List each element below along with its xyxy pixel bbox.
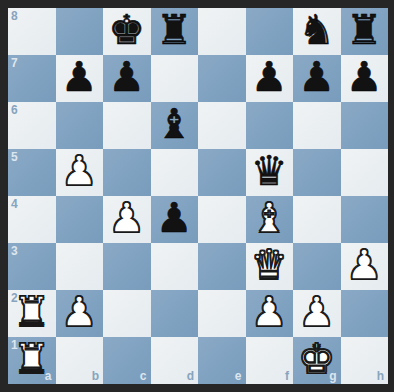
square-g1[interactable]: g♚︎ — [293, 337, 341, 384]
square-h5[interactable] — [341, 149, 389, 196]
file-label-c: c — [140, 370, 147, 382]
square-c6[interactable] — [103, 102, 151, 149]
square-e2[interactable] — [198, 290, 246, 337]
white-pawn[interactable]: ♟︎ — [298, 292, 335, 333]
chess-board: 8♚︎♜︎♞︎♜︎7♟︎♟︎♟︎♟︎♟︎6♝︎5♟︎♛︎4♟︎♟︎♝︎3♛︎♟︎… — [8, 8, 388, 384]
white-rook[interactable]: ♜︎ — [13, 292, 50, 333]
black-king[interactable]: ♚︎ — [108, 10, 145, 51]
square-e8[interactable] — [198, 8, 246, 55]
square-d4[interactable]: ♟︎ — [151, 196, 199, 243]
square-f4[interactable]: ♝︎ — [246, 196, 294, 243]
square-c8[interactable]: ♚︎ — [103, 8, 151, 55]
square-e4[interactable] — [198, 196, 246, 243]
square-h3[interactable]: ♟︎ — [341, 243, 389, 290]
white-king[interactable]: ♚︎ — [298, 339, 335, 380]
white-pawn[interactable]: ♟︎ — [346, 245, 383, 286]
square-a2[interactable]: 2♜︎ — [8, 290, 56, 337]
black-rook[interactable]: ♜︎ — [346, 10, 383, 51]
square-c5[interactable] — [103, 149, 151, 196]
white-pawn[interactable]: ♟︎ — [61, 151, 98, 192]
square-h1[interactable]: h — [341, 337, 389, 384]
black-pawn[interactable]: ♟︎ — [298, 57, 335, 98]
square-e5[interactable] — [198, 149, 246, 196]
square-c4[interactable]: ♟︎ — [103, 196, 151, 243]
square-b1[interactable]: b — [56, 337, 104, 384]
rank-label-4: 4 — [11, 198, 18, 210]
square-b3[interactable] — [56, 243, 104, 290]
square-a1[interactable]: 1a♜︎ — [8, 337, 56, 384]
square-h4[interactable] — [341, 196, 389, 243]
file-label-d: d — [187, 370, 194, 382]
square-d2[interactable] — [151, 290, 199, 337]
square-d1[interactable]: d — [151, 337, 199, 384]
square-b7[interactable]: ♟︎ — [56, 55, 104, 102]
square-h7[interactable]: ♟︎ — [341, 55, 389, 102]
white-pawn[interactable]: ♟︎ — [251, 292, 288, 333]
board-frame: 8♚︎♜︎♞︎♜︎7♟︎♟︎♟︎♟︎♟︎6♝︎5♟︎♛︎4♟︎♟︎♝︎3♛︎♟︎… — [0, 0, 394, 392]
square-d3[interactable] — [151, 243, 199, 290]
square-f6[interactable] — [246, 102, 294, 149]
square-e1[interactable]: e — [198, 337, 246, 384]
square-e6[interactable] — [198, 102, 246, 149]
black-pawn[interactable]: ♟︎ — [156, 198, 193, 239]
square-a6[interactable]: 6 — [8, 102, 56, 149]
square-g6[interactable] — [293, 102, 341, 149]
square-d8[interactable]: ♜︎ — [151, 8, 199, 55]
square-c7[interactable]: ♟︎ — [103, 55, 151, 102]
rank-label-3: 3 — [11, 245, 18, 257]
square-g2[interactable]: ♟︎ — [293, 290, 341, 337]
square-g7[interactable]: ♟︎ — [293, 55, 341, 102]
square-a3[interactable]: 3 — [8, 243, 56, 290]
square-d6[interactable]: ♝︎ — [151, 102, 199, 149]
square-g8[interactable]: ♞︎ — [293, 8, 341, 55]
square-g4[interactable] — [293, 196, 341, 243]
square-g3[interactable] — [293, 243, 341, 290]
black-rook[interactable]: ♜︎ — [156, 10, 193, 51]
square-d5[interactable] — [151, 149, 199, 196]
square-b4[interactable] — [56, 196, 104, 243]
square-f3[interactable]: ♛︎ — [246, 243, 294, 290]
rank-label-5: 5 — [11, 151, 18, 163]
white-pawn[interactable]: ♟︎ — [61, 292, 98, 333]
square-f2[interactable]: ♟︎ — [246, 290, 294, 337]
black-pawn[interactable]: ♟︎ — [61, 57, 98, 98]
rank-label-7: 7 — [11, 57, 18, 69]
square-h6[interactable] — [341, 102, 389, 149]
square-b5[interactable]: ♟︎ — [56, 149, 104, 196]
white-rook[interactable]: ♜︎ — [13, 339, 50, 380]
square-f7[interactable]: ♟︎ — [246, 55, 294, 102]
square-h2[interactable] — [341, 290, 389, 337]
black-queen[interactable]: ♛︎ — [251, 151, 288, 192]
square-h8[interactable]: ♜︎ — [341, 8, 389, 55]
rank-label-6: 6 — [11, 104, 18, 116]
square-b2[interactable]: ♟︎ — [56, 290, 104, 337]
square-a8[interactable]: 8 — [8, 8, 56, 55]
white-bishop[interactable]: ♝︎ — [251, 198, 288, 239]
file-label-h: h — [377, 370, 384, 382]
file-label-f: f — [285, 370, 289, 382]
square-a4[interactable]: 4 — [8, 196, 56, 243]
white-pawn[interactable]: ♟︎ — [108, 198, 145, 239]
square-c2[interactable] — [103, 290, 151, 337]
square-d7[interactable] — [151, 55, 199, 102]
black-pawn[interactable]: ♟︎ — [108, 57, 145, 98]
black-pawn[interactable]: ♟︎ — [251, 57, 288, 98]
square-a5[interactable]: 5 — [8, 149, 56, 196]
black-knight[interactable]: ♞︎ — [298, 10, 335, 51]
square-a7[interactable]: 7 — [8, 55, 56, 102]
square-b6[interactable] — [56, 102, 104, 149]
file-label-e: e — [235, 370, 242, 382]
square-e7[interactable] — [198, 55, 246, 102]
rank-label-8: 8 — [11, 10, 18, 22]
square-c3[interactable] — [103, 243, 151, 290]
white-queen[interactable]: ♛︎ — [251, 245, 288, 286]
square-f5[interactable]: ♛︎ — [246, 149, 294, 196]
square-e3[interactable] — [198, 243, 246, 290]
black-pawn[interactable]: ♟︎ — [346, 57, 383, 98]
square-f8[interactable] — [246, 8, 294, 55]
square-f1[interactable]: f — [246, 337, 294, 384]
square-c1[interactable]: c — [103, 337, 151, 384]
square-g5[interactable] — [293, 149, 341, 196]
square-b8[interactable] — [56, 8, 104, 55]
black-bishop[interactable]: ♝︎ — [156, 104, 193, 145]
file-label-b: b — [92, 370, 99, 382]
